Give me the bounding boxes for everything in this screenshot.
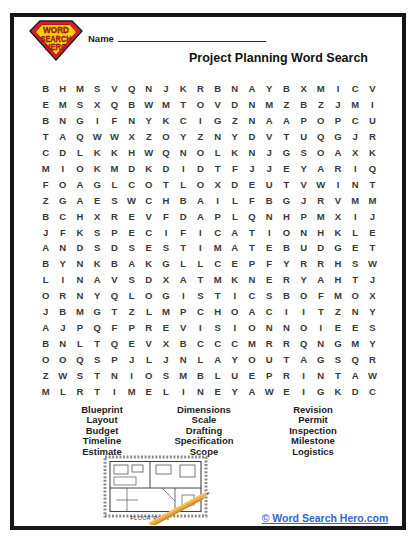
grid-cell: T [209, 160, 226, 176]
grid-cell: A [278, 113, 295, 129]
grid-cell: J [261, 160, 278, 176]
grid-cell: M [175, 367, 192, 383]
grid-cell: G [312, 383, 329, 399]
grid-cell: H [278, 208, 295, 224]
grid-cell: Y [295, 272, 312, 288]
grid-cell: D [226, 97, 243, 113]
grid-cell: W [261, 383, 278, 399]
grid-cell: K [329, 224, 346, 240]
grid-cell: G [89, 304, 106, 320]
grid-cell: M [209, 272, 226, 288]
grid-cell: A [209, 351, 226, 367]
name-blank-line [118, 31, 266, 42]
grid-cell: L [157, 383, 174, 399]
grid-cell: O [243, 351, 260, 367]
grid-cell: T [278, 351, 295, 367]
grid-cell: D [140, 272, 157, 288]
word-list-column-2: DimensionsScaleDraftingSpecificationScop… [144, 405, 264, 457]
grid-cell: A [226, 224, 243, 240]
grid-cell: K [329, 383, 346, 399]
grid-cell: Q [106, 97, 123, 113]
grid-cell: T [364, 240, 381, 256]
grid-cell: G [157, 288, 174, 304]
grid-cell: Z [192, 129, 209, 145]
grid-cell: L [192, 256, 209, 272]
grid-cell: T [89, 335, 106, 351]
grid-cell: S [209, 319, 226, 335]
grid-cell: P [243, 256, 260, 272]
grid-cell: N [243, 97, 260, 113]
grid-cell: I [312, 319, 329, 335]
grid-cell: C [192, 335, 209, 351]
grid-cell: C [347, 113, 364, 129]
grid-cell: M [37, 160, 54, 176]
grid-cell: C [192, 304, 209, 320]
grid-cell: Y [226, 351, 243, 367]
grid-cell: S [71, 367, 88, 383]
grid-cell: T [106, 304, 123, 320]
grid-cell: O [54, 176, 71, 192]
grid-cell: B [175, 192, 192, 208]
grid-cell: K [89, 256, 106, 272]
grid-cell: N [71, 272, 88, 288]
grid-cell: M [347, 335, 364, 351]
grid-cell: I [175, 160, 192, 176]
grid-cell: M [364, 192, 381, 208]
grid-cell: M [37, 383, 54, 399]
word-list: BlueprintLayoutBudgetTimelineEstimate Di… [14, 405, 402, 459]
grid-cell: E [243, 176, 260, 192]
grid-cell: R [140, 319, 157, 335]
grid-cell: N [54, 335, 71, 351]
grid-cell: L [226, 192, 243, 208]
grid-cell: Q [347, 351, 364, 367]
grid-cell: M [106, 160, 123, 176]
grid-cell: Z [278, 97, 295, 113]
grid-cell: N [347, 176, 364, 192]
grid-cell: M [71, 304, 88, 320]
grid-cell: L [226, 208, 243, 224]
grid-cell: A [243, 383, 260, 399]
grid-cell: N [71, 288, 88, 304]
grid-cell: X [89, 97, 106, 113]
grid-cell: C [243, 288, 260, 304]
grid-cell: A [71, 192, 88, 208]
word-search-grid: BHMSVQNJKRBNAYBXMICVEMSXQBWMTOVDNMZBZJMI… [37, 81, 381, 399]
grid-cell: A [175, 272, 192, 288]
grid-cell: C [123, 176, 140, 192]
grid-cell: L [175, 176, 192, 192]
grid-cell: X [157, 335, 174, 351]
grid-cell: T [278, 129, 295, 145]
grid-cell: G [278, 145, 295, 161]
grid-cell: L [140, 351, 157, 367]
grid-cell: W [123, 192, 140, 208]
grid-cell: J [295, 192, 312, 208]
grid-cell: S [329, 351, 346, 367]
grid-cell: A [295, 351, 312, 367]
grid-cell: O [140, 288, 157, 304]
grid-cell: I [295, 304, 312, 320]
grid-cell: J [157, 81, 174, 97]
grid-cell: M [312, 208, 329, 224]
grid-cell: M [71, 81, 88, 97]
grid-cell: R [364, 129, 381, 145]
grid-cell: R [278, 335, 295, 351]
grid-cell: T [243, 224, 260, 240]
grid-cell: Z [37, 367, 54, 383]
grid-cell: W [106, 129, 123, 145]
grid-cell: W [89, 129, 106, 145]
grid-cell: G [209, 113, 226, 129]
grid-cell: T [312, 304, 329, 320]
name-label: Name [88, 33, 114, 44]
grid-cell: Y [140, 113, 157, 129]
grid-cell: I [192, 224, 209, 240]
grid-cell: I [106, 383, 123, 399]
logo-shield-icon: WORD SEARCH HERO [28, 19, 84, 61]
grid-cell: N [278, 319, 295, 335]
grid-cell: C [364, 383, 381, 399]
grid-cell: Z [312, 97, 329, 113]
grid-cell: S [123, 272, 140, 288]
grid-cell: X [157, 272, 174, 288]
grid-cell: I [364, 97, 381, 113]
grid-cell: F [157, 208, 174, 224]
grid-cell: C [37, 145, 54, 161]
grid-cell: R [295, 256, 312, 272]
grid-cell: O [54, 351, 71, 367]
grid-cell: N [312, 367, 329, 383]
grid-cell: D [106, 240, 123, 256]
grid-cell: B [37, 335, 54, 351]
grid-cell: V [140, 335, 157, 351]
grid-cell: C [140, 192, 157, 208]
grid-cell: D [347, 383, 364, 399]
grid-cell: O [192, 97, 209, 113]
grid-cell: X [123, 129, 140, 145]
grid-cell: O [157, 129, 174, 145]
grid-cell: M [312, 81, 329, 97]
grid-cell: N [243, 113, 260, 129]
grid-cell: R [364, 351, 381, 367]
grid-cell: G [329, 335, 346, 351]
grid-cell: G [71, 113, 88, 129]
grid-cell: B [106, 256, 123, 272]
grid-cell: M [347, 192, 364, 208]
grid-cell: A [243, 81, 260, 97]
grid-cell: Q [106, 335, 123, 351]
grid-cell: C [226, 335, 243, 351]
grid-cell: N [71, 256, 88, 272]
grid-cell: B [175, 335, 192, 351]
grid-cell: P [295, 113, 312, 129]
grid-cell: V [140, 208, 157, 224]
grid-cell: J [37, 224, 54, 240]
grid-cell: T [347, 272, 364, 288]
grid-cell: K [140, 256, 157, 272]
grid-cell: V [261, 129, 278, 145]
grid-cell: S [157, 240, 174, 256]
grid-cell: M [54, 97, 71, 113]
grid-cell: T [89, 367, 106, 383]
grid-cell: I [278, 304, 295, 320]
grid-cell: A [71, 176, 88, 192]
grid-cell: H [329, 272, 346, 288]
grid-cell: V [295, 176, 312, 192]
grid-cell: S [123, 240, 140, 256]
grid-cell: P [123, 319, 140, 335]
grid-cell: W [54, 367, 71, 383]
grid-cell: L [71, 145, 88, 161]
grid-cell: B [295, 97, 312, 113]
grid-cell: W [364, 256, 381, 272]
grid-cell: I [192, 113, 209, 129]
grid-cell: Y [278, 256, 295, 272]
grid-cell: U [295, 129, 312, 145]
grid-cell: X [209, 176, 226, 192]
grid-cell: K [140, 160, 157, 176]
grid-cell: T [209, 288, 226, 304]
grid-cell: A [261, 113, 278, 129]
grid-cell: K [71, 224, 88, 240]
grid-cell: H [312, 224, 329, 240]
grid-cell: O [278, 224, 295, 240]
grid-cell: T [329, 367, 346, 383]
grid-cell: R [312, 192, 329, 208]
grid-cell: H [329, 256, 346, 272]
grid-cell: H [71, 208, 88, 224]
grid-cell: S [71, 97, 88, 113]
grid-cell: N [192, 383, 209, 399]
grid-cell: R [261, 335, 278, 351]
grid-cell: G [312, 351, 329, 367]
grid-cell: G [89, 176, 106, 192]
grid-cell: J [54, 319, 71, 335]
grid-cell: L [347, 224, 364, 240]
grid-cell: R [278, 272, 295, 288]
grid-cell: L [140, 304, 157, 320]
grid-cell: R [278, 367, 295, 383]
grid-cell: Q [89, 319, 106, 335]
grid-cell: K [106, 145, 123, 161]
grid-cell: T [157, 176, 174, 192]
grid-cell: I [226, 288, 243, 304]
grid-cell: J [243, 160, 260, 176]
grid-cell: P [209, 208, 226, 224]
grid-cell: Y [295, 160, 312, 176]
grid-cell: A [89, 272, 106, 288]
svg-text:HERO: HERO [45, 42, 67, 52]
grid-cell: C [140, 224, 157, 240]
grid-cell: T [37, 129, 54, 145]
grid-cell: X [89, 208, 106, 224]
grid-cell: Q [123, 81, 140, 97]
grid-cell: P [106, 351, 123, 367]
grid-cell: W [140, 97, 157, 113]
grid-cell: M [209, 240, 226, 256]
grid-cell: A [312, 160, 329, 176]
grid-cell: M [347, 97, 364, 113]
grid-cell: P [329, 113, 346, 129]
grid-cell: B [123, 97, 140, 113]
grid-cell: E [347, 240, 364, 256]
grid-cell: C [347, 81, 364, 97]
grid-cell: I [175, 288, 192, 304]
grid-cell: O [347, 288, 364, 304]
grid-cell: E [37, 97, 54, 113]
grid-cell: P [71, 319, 88, 335]
grid-cell: D [226, 176, 243, 192]
grid-cell: W [364, 367, 381, 383]
grid-cell: Q [106, 288, 123, 304]
grid-cell: Q [364, 160, 381, 176]
grid-cell: Z [226, 113, 243, 129]
grid-cell: L [106, 176, 123, 192]
grid-cell: A [192, 192, 209, 208]
grid-cell: Z [140, 129, 157, 145]
grid-cell: F [106, 319, 123, 335]
grid-cell: F [106, 113, 123, 129]
grid-cell: J [347, 129, 364, 145]
grid-cell: N [106, 367, 123, 383]
grid-cell: N [54, 113, 71, 129]
word-search-hero-link[interactable]: © Word Search Hero.com [250, 512, 400, 524]
grid-cell: I [123, 367, 140, 383]
grid-cell: H [209, 304, 226, 320]
grid-cell: E [123, 335, 140, 351]
grid-cell: F [261, 256, 278, 272]
grid-cell: N [123, 113, 140, 129]
grid-cell: N [209, 129, 226, 145]
grid-cell: I [347, 160, 364, 176]
grid-cell: E [140, 383, 157, 399]
grid-cell: J [157, 351, 174, 367]
grid-cell: V [209, 97, 226, 113]
grid-cell: X [364, 288, 381, 304]
grid-cell: V [106, 272, 123, 288]
grid-cell: B [261, 192, 278, 208]
grid-cell: Y [364, 304, 381, 320]
grid-cell: U [295, 240, 312, 256]
grid-cell: J [123, 351, 140, 367]
grid-cell: S [89, 81, 106, 97]
grid-cell: T [175, 97, 192, 113]
grid-cell: P [175, 304, 192, 320]
word-search-hero-logo: WORD SEARCH HERO [28, 19, 84, 61]
grid-cell: Z [123, 304, 140, 320]
grid-cell: B [37, 256, 54, 272]
grid-cell: J [37, 304, 54, 320]
puzzle-title: Project Planning Word Search [189, 51, 368, 65]
word-list-column-3: RevisionPermitInspectionMilestoneLogisti… [253, 405, 373, 457]
grid-cell: Y [175, 129, 192, 145]
grid-cell: T [175, 240, 192, 256]
grid-cell: O [312, 145, 329, 161]
grid-cell: D [54, 145, 71, 161]
grid-cell: B [278, 288, 295, 304]
grid-cell: A [312, 272, 329, 288]
grid-cell: L [71, 335, 88, 351]
word-list-item: Logistics [253, 447, 373, 457]
grid-cell: I [226, 319, 243, 335]
grid-cell: Y [226, 383, 243, 399]
grid-cell: N [54, 240, 71, 256]
grid-cell: U [226, 367, 243, 383]
grid-cell: V [329, 192, 346, 208]
grid-cell: R [106, 208, 123, 224]
grid-cell: L [54, 383, 71, 399]
grid-cell: D [175, 208, 192, 224]
grid-cell: S [89, 224, 106, 240]
grid-cell: I [295, 383, 312, 399]
grid-cell: I [89, 113, 106, 129]
grid-cell: E [261, 240, 278, 256]
grid-cell: J [364, 272, 381, 288]
grid-cell: E [347, 319, 364, 335]
grid-cell: T [192, 272, 209, 288]
grid-cell: L [209, 145, 226, 161]
grid-cell: H [157, 192, 174, 208]
grid-cell: C [209, 335, 226, 351]
grid-cell: D [71, 240, 88, 256]
grid-cell: A [347, 367, 364, 383]
grid-cell: G [278, 192, 295, 208]
grid-cell: U [261, 351, 278, 367]
grid-cell: I [329, 81, 346, 97]
grid-cell: F [312, 288, 329, 304]
grid-cell: I [54, 160, 71, 176]
grid-cell: E [157, 319, 174, 335]
grid-cell: V [106, 81, 123, 97]
grid-cell: M [243, 335, 260, 351]
grid-cell: O [71, 160, 88, 176]
grid-cell: A [226, 240, 243, 256]
grid-cell: C [261, 304, 278, 320]
grid-cell: Y [261, 81, 278, 97]
grid-cell: A [37, 240, 54, 256]
grid-cell: O [192, 145, 209, 161]
grid-cell: A [192, 208, 209, 224]
grid-cell: Z [37, 192, 54, 208]
grid-cell: I [192, 319, 209, 335]
grid-cell: B [209, 81, 226, 97]
grid-cell: S [295, 145, 312, 161]
grid-cell: Q [71, 129, 88, 145]
grid-cell: B [37, 113, 54, 129]
grid-cell: N [295, 224, 312, 240]
grid-cell: N [243, 145, 260, 161]
worksheet-page: WORD SEARCH HERO Name Project Planning W… [10, 13, 406, 530]
grid-cell: B [54, 304, 71, 320]
grid-cell: K [175, 81, 192, 97]
grid-cell: M [123, 383, 140, 399]
grid-cell: E [364, 224, 381, 240]
grid-cell: E [243, 367, 260, 383]
grid-cell: Y [89, 288, 106, 304]
grid-cell: O [243, 319, 260, 335]
grid-cell: B [37, 81, 54, 97]
grid-cell: W [140, 145, 157, 161]
grid-cell: Q [157, 145, 174, 161]
grid-cell: E [261, 272, 278, 288]
grid-cell: J [329, 97, 346, 113]
grid-cell: T [278, 176, 295, 192]
worksheet-canvas: WORD SEARCH HERO Name Project Planning W… [0, 0, 416, 539]
grid-cell: F [54, 224, 71, 240]
grid-cell: N [261, 319, 278, 335]
grid-cell: P [106, 224, 123, 240]
